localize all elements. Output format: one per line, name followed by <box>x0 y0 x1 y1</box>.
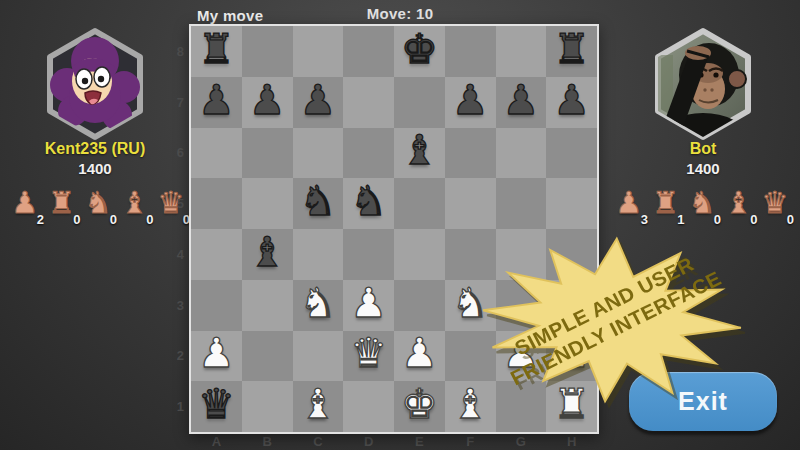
avatar-black-player <box>653 27 753 141</box>
turn-indicator: My move <box>197 7 263 24</box>
square-d6[interactable] <box>343 128 394 179</box>
file-label-E: E <box>394 433 445 449</box>
square-e5[interactable] <box>394 178 445 229</box>
avatar-white-player <box>45 27 145 141</box>
chess-game-screen: My move Move: 10 Kent2 <box>0 0 800 450</box>
square-h6[interactable] <box>546 128 597 179</box>
captured-rook-left: ♜0 <box>45 186 79 222</box>
captured-count: 3 <box>641 212 648 227</box>
square-a1[interactable]: ♛ <box>191 381 242 432</box>
square-e7[interactable] <box>394 77 445 128</box>
square-h5[interactable] <box>546 178 597 229</box>
piece-black-pawn: ♟ <box>198 80 235 121</box>
captured-bishop-left: ♝0 <box>118 186 152 222</box>
square-g5[interactable] <box>496 178 547 229</box>
square-d2[interactable]: ♛ <box>343 331 394 382</box>
rank-label-7: 7 <box>160 77 184 128</box>
piece-white-pawn: ♟ <box>350 283 387 324</box>
square-d4[interactable] <box>343 229 394 280</box>
piece-white-pawn: ♟ <box>198 333 235 374</box>
white-player-rating: 1400 <box>5 160 185 177</box>
rank-label-5: 5 <box>160 178 184 229</box>
square-c2[interactable] <box>293 331 344 382</box>
black-player-rating: 1400 <box>613 160 793 177</box>
move-counter: Move: 10 <box>330 5 470 22</box>
piece-black-rook: ♜ <box>553 29 590 70</box>
piece-white-queen: ♛ <box>350 333 387 374</box>
piece-black-pawn: ♟ <box>502 80 539 121</box>
piece-black-knight: ♞ <box>350 181 387 222</box>
square-a5[interactable] <box>191 178 242 229</box>
square-c3[interactable]: ♞ <box>293 280 344 331</box>
square-c8[interactable] <box>293 26 344 77</box>
captured-count: 0 <box>110 212 117 227</box>
square-b3[interactable] <box>242 280 293 331</box>
square-a6[interactable] <box>191 128 242 179</box>
rank-labels: 87654321 <box>160 26 184 432</box>
captured-bishop-right: ♝0 <box>722 186 756 222</box>
piece-white-bishop: ♝ <box>299 384 336 425</box>
square-f6[interactable] <box>445 128 496 179</box>
square-d1[interactable] <box>343 381 394 432</box>
square-h7[interactable]: ♟ <box>546 77 597 128</box>
square-b6[interactable] <box>242 128 293 179</box>
cartoon-girl-avatar-icon <box>45 27 145 141</box>
captured-knight-left: ♞0 <box>81 186 115 222</box>
piece-white-king: ♚ <box>401 384 438 425</box>
square-e1[interactable]: ♚ <box>394 381 445 432</box>
square-a4[interactable] <box>191 229 242 280</box>
square-a8[interactable]: ♜ <box>191 26 242 77</box>
piece-black-rook: ♜ <box>198 29 235 70</box>
square-f5[interactable] <box>445 178 496 229</box>
piece-black-pawn: ♟ <box>553 80 590 121</box>
piece-black-pawn: ♟ <box>249 80 286 121</box>
rank-label-4: 4 <box>160 229 184 280</box>
captured-count: 1 <box>677 212 684 227</box>
file-label-C: C <box>293 433 344 449</box>
square-a3[interactable] <box>191 280 242 331</box>
captured-tray-right: ♟3♜1♞0♝0♛0 <box>612 186 792 224</box>
captured-count: 0 <box>787 212 794 227</box>
square-f7[interactable]: ♟ <box>445 77 496 128</box>
black-player-name: Bot <box>613 140 793 158</box>
square-g7[interactable]: ♟ <box>496 77 547 128</box>
file-label-B: B <box>242 433 293 449</box>
square-c4[interactable] <box>293 229 344 280</box>
square-g8[interactable] <box>496 26 547 77</box>
promo-starburst-badge: SIMPLE AND USER FRIENDLY INTERFACE <box>468 228 754 410</box>
square-c5[interactable]: ♞ <box>293 178 344 229</box>
piece-black-bishop: ♝ <box>401 130 438 171</box>
square-b8[interactable] <box>242 26 293 77</box>
square-e8[interactable]: ♚ <box>394 26 445 77</box>
square-e4[interactable] <box>394 229 445 280</box>
rank-label-8: 8 <box>160 26 184 77</box>
square-b4[interactable]: ♝ <box>242 229 293 280</box>
square-d8[interactable] <box>343 26 394 77</box>
captured-count: 0 <box>714 212 721 227</box>
square-b5[interactable] <box>242 178 293 229</box>
rank-label-6: 6 <box>160 128 184 179</box>
captured-count: 2 <box>37 212 44 227</box>
captured-count: 0 <box>146 212 153 227</box>
piece-black-queen: ♛ <box>198 384 235 425</box>
square-d7[interactable] <box>343 77 394 128</box>
square-g6[interactable] <box>496 128 547 179</box>
square-c1[interactable]: ♝ <box>293 381 344 432</box>
square-h8[interactable]: ♜ <box>546 26 597 77</box>
square-e6[interactable]: ♝ <box>394 128 445 179</box>
square-a7[interactable]: ♟ <box>191 77 242 128</box>
square-c6[interactable] <box>293 128 344 179</box>
square-c7[interactable]: ♟ <box>293 77 344 128</box>
piece-black-bishop: ♝ <box>249 232 286 273</box>
piece-black-pawn: ♟ <box>452 80 489 121</box>
square-a2[interactable]: ♟ <box>191 331 242 382</box>
piece-black-king: ♚ <box>401 29 438 70</box>
piece-black-pawn: ♟ <box>299 80 336 121</box>
file-label-H: H <box>546 433 597 449</box>
square-b1[interactable] <box>242 381 293 432</box>
file-label-A: A <box>191 433 242 449</box>
square-e2[interactable]: ♟ <box>394 331 445 382</box>
square-b7[interactable]: ♟ <box>242 77 293 128</box>
captured-count: 0 <box>73 212 80 227</box>
square-b2[interactable] <box>242 331 293 382</box>
rank-label-1: 1 <box>160 381 184 432</box>
white-player-name: Kent235 (RU) <box>5 140 185 158</box>
piece-black-knight: ♞ <box>299 181 336 222</box>
piece-white-pawn: ♟ <box>401 333 438 374</box>
captured-pawn-right: ♟3 <box>612 186 646 222</box>
rank-label-3: 3 <box>160 280 184 331</box>
captured-rook-right: ♜1 <box>649 186 683 222</box>
file-label-D: D <box>343 433 394 449</box>
rank-label-2: 2 <box>160 331 184 382</box>
square-e3[interactable] <box>394 280 445 331</box>
captured-knight-right: ♞0 <box>685 186 719 222</box>
square-d3[interactable]: ♟ <box>343 280 394 331</box>
file-labels: ABCDEFGH <box>191 433 597 449</box>
square-d5[interactable]: ♞ <box>343 178 394 229</box>
square-f8[interactable] <box>445 26 496 77</box>
chimpanzee-avatar-icon <box>653 27 753 141</box>
file-label-G: G <box>496 433 547 449</box>
captured-count: 0 <box>750 212 757 227</box>
captured-pawn-left: ♟2 <box>8 186 42 222</box>
file-label-F: F <box>445 433 496 449</box>
piece-white-knight: ♞ <box>299 283 336 324</box>
captured-queen-right: ♛0 <box>758 186 792 222</box>
